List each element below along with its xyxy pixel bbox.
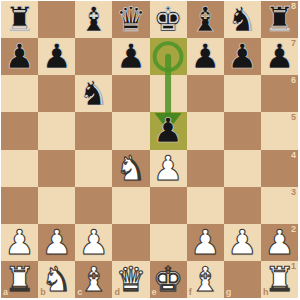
square-c7[interactable] [75,38,112,75]
square-e1[interactable]: e♚ [150,261,187,298]
white-rook-a1[interactable]: ♜ [4,261,34,298]
white-pawn-c2[interactable]: ♟ [79,224,109,261]
square-f6[interactable] [187,75,224,112]
square-d4[interactable]: ♞ [112,150,149,187]
square-e3[interactable] [150,187,187,224]
square-f3[interactable] [187,187,224,224]
square-d3[interactable] [112,187,149,224]
square-h1[interactable]: 1h♜ [261,261,298,298]
black-knight-g8[interactable]: ♞ [227,1,257,38]
square-c5[interactable] [75,112,112,149]
square-f8[interactable]: ♝ [187,1,224,38]
square-a5[interactable] [1,112,38,149]
white-king-e1[interactable]: ♚ [153,261,183,298]
square-c4[interactable] [75,150,112,187]
square-f7[interactable]: ♟ [187,38,224,75]
square-a2[interactable]: ♟ [1,224,38,261]
white-pawn-h2[interactable]: ♟ [264,224,294,261]
square-h5[interactable]: 5 [261,112,298,149]
black-bishop-c8[interactable]: ♝ [79,1,109,38]
square-c3[interactable] [75,187,112,224]
square-d1[interactable]: d♛ [112,261,149,298]
square-e4[interactable]: ♟ [150,150,187,187]
black-queen-d8[interactable]: ♛ [116,1,146,38]
square-a1[interactable]: a♜ [1,261,38,298]
square-e2[interactable] [150,224,187,261]
square-c1[interactable]: c♝ [75,261,112,298]
white-queen-d1[interactable]: ♛ [116,261,146,298]
square-b5[interactable] [38,112,75,149]
rank-label-4: 4 [291,151,296,160]
square-f4[interactable] [187,150,224,187]
square-d8[interactable]: ♛ [112,1,149,38]
square-g6[interactable] [224,75,261,112]
square-h4[interactable]: 4 [261,150,298,187]
white-pawn-e4[interactable]: ♟ [153,150,183,187]
black-pawn-h7[interactable]: ♟ [264,38,294,75]
square-f2[interactable]: ♟ [187,224,224,261]
square-g5[interactable] [224,112,261,149]
file-label-g: g [226,288,232,297]
square-b3[interactable] [38,187,75,224]
square-c2[interactable]: ♟ [75,224,112,261]
square-h6[interactable]: 6 [261,75,298,112]
white-bishop-f1[interactable]: ♝ [190,261,220,298]
square-a7[interactable]: ♟ [1,38,38,75]
black-king-e8[interactable]: ♚ [153,1,183,38]
black-rook-a8[interactable]: ♜ [4,1,34,38]
black-pawn-e5[interactable]: ♟ [153,112,183,149]
rank-label-3: 3 [291,188,296,197]
black-bishop-f8[interactable]: ♝ [190,1,220,38]
white-bishop-c1[interactable]: ♝ [79,261,109,298]
white-knight-d4[interactable]: ♞ [116,150,146,187]
square-a8[interactable]: ♜ [1,1,38,38]
square-h3[interactable]: 3 [261,187,298,224]
black-pawn-f7[interactable]: ♟ [190,38,220,75]
chess-board: ♜♝♛♚♝♞8♜♟♟♟♟♟7♟♞6♟5♞♟43♟♟♟♟♟2♟a♜b♞c♝d♛e♚… [1,1,298,298]
square-e7[interactable] [150,38,187,75]
white-pawn-g2[interactable]: ♟ [227,224,257,261]
square-d5[interactable] [112,112,149,149]
rank-label-5: 5 [291,113,296,122]
black-rook-h8[interactable]: ♜ [264,1,294,38]
square-a3[interactable] [1,187,38,224]
square-h7[interactable]: 7♟ [261,38,298,75]
square-b2[interactable]: ♟ [38,224,75,261]
square-f1[interactable]: f♝ [187,261,224,298]
square-b1[interactable]: b♞ [38,261,75,298]
square-g2[interactable]: ♟ [224,224,261,261]
square-g4[interactable] [224,150,261,187]
square-f5[interactable] [187,112,224,149]
square-e6[interactable] [150,75,187,112]
white-pawn-b2[interactable]: ♟ [41,224,71,261]
black-pawn-g7[interactable]: ♟ [227,38,257,75]
white-rook-h1[interactable]: ♜ [264,261,294,298]
black-knight-c6[interactable]: ♞ [79,75,109,112]
black-pawn-b7[interactable]: ♟ [41,38,71,75]
square-b7[interactable]: ♟ [38,38,75,75]
square-c6[interactable]: ♞ [75,75,112,112]
square-e5[interactable]: ♟ [150,112,187,149]
rank-label-6: 6 [291,76,296,85]
white-pawn-a2[interactable]: ♟ [4,224,34,261]
square-a4[interactable] [1,150,38,187]
square-b6[interactable] [38,75,75,112]
square-b4[interactable] [38,150,75,187]
square-e8[interactable]: ♚ [150,1,187,38]
black-pawn-a7[interactable]: ♟ [4,38,34,75]
square-h8[interactable]: 8♜ [261,1,298,38]
square-d2[interactable] [112,224,149,261]
square-g1[interactable]: g [224,261,261,298]
square-b8[interactable] [38,1,75,38]
square-h2[interactable]: 2♟ [261,224,298,261]
square-g7[interactable]: ♟ [224,38,261,75]
square-g8[interactable]: ♞ [224,1,261,38]
square-d6[interactable] [112,75,149,112]
white-knight-b1[interactable]: ♞ [41,261,71,298]
board-grid: ♜♝♛♚♝♞8♜♟♟♟♟♟7♟♞6♟5♞♟43♟♟♟♟♟2♟a♜b♞c♝d♛e♚… [1,1,298,298]
black-pawn-d7[interactable]: ♟ [116,38,146,75]
square-a6[interactable] [1,75,38,112]
square-d7[interactable]: ♟ [112,38,149,75]
white-pawn-f2[interactable]: ♟ [190,224,220,261]
square-g3[interactable] [224,187,261,224]
square-c8[interactable]: ♝ [75,1,112,38]
